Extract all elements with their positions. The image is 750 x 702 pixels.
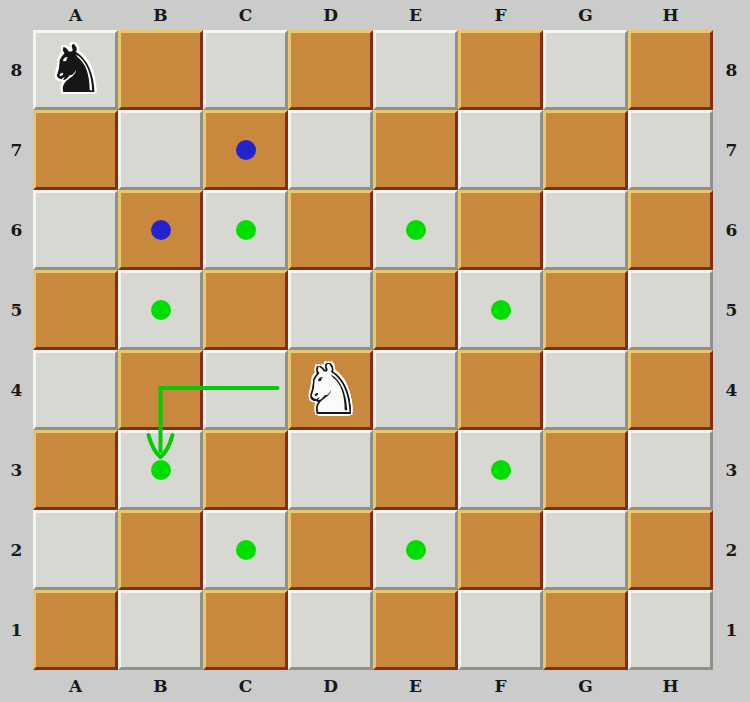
- rank-label-7: 7: [713, 110, 750, 190]
- square-f3[interactable]: [458, 430, 543, 510]
- file-label-c: C: [203, 0, 288, 30]
- square-b7[interactable]: [118, 110, 203, 190]
- square-d2[interactable]: [288, 510, 373, 590]
- square-b1[interactable]: [118, 590, 203, 670]
- square-f6[interactable]: [458, 190, 543, 270]
- square-f1[interactable]: [458, 590, 543, 670]
- rank-label-1: 1: [0, 590, 33, 670]
- square-e2[interactable]: [373, 510, 458, 590]
- square-a1[interactable]: [33, 590, 118, 670]
- square-f5[interactable]: [458, 270, 543, 350]
- file-label-a: A: [33, 0, 118, 30]
- rank-label-4: 4: [713, 350, 750, 430]
- file-label-f: F: [458, 0, 543, 30]
- file-label-b: B: [118, 670, 203, 702]
- square-b4[interactable]: [118, 350, 203, 430]
- square-c3[interactable]: [203, 430, 288, 510]
- rank-label-8: 8: [0, 30, 33, 110]
- rank-label-7: 7: [0, 110, 33, 190]
- file-label-e: E: [373, 670, 458, 702]
- file-label-d: D: [288, 670, 373, 702]
- square-c5[interactable]: [203, 270, 288, 350]
- file-label-g: G: [543, 670, 628, 702]
- square-e6[interactable]: [373, 190, 458, 270]
- square-e4[interactable]: [373, 350, 458, 430]
- square-h3[interactable]: [628, 430, 713, 510]
- square-f2[interactable]: [458, 510, 543, 590]
- rank-label-6: 6: [713, 190, 750, 270]
- square-d3[interactable]: [288, 430, 373, 510]
- rank-label-6: 6: [0, 190, 33, 270]
- square-b2[interactable]: [118, 510, 203, 590]
- square-a6[interactable]: [33, 190, 118, 270]
- square-g8[interactable]: [543, 30, 628, 110]
- square-f7[interactable]: [458, 110, 543, 190]
- file-labels-top: ABCDEFGH: [33, 0, 713, 30]
- square-g7[interactable]: [543, 110, 628, 190]
- square-a3[interactable]: [33, 430, 118, 510]
- square-b5[interactable]: [118, 270, 203, 350]
- square-g4[interactable]: [543, 350, 628, 430]
- square-c4[interactable]: [203, 350, 288, 430]
- square-c2[interactable]: [203, 510, 288, 590]
- square-b8[interactable]: [118, 30, 203, 110]
- chess-training-widget: ABCDEFGH ABCDEFGH 87654321 87654321 ♞♞: [0, 0, 750, 702]
- square-e1[interactable]: [373, 590, 458, 670]
- square-b6[interactable]: [118, 190, 203, 270]
- file-labels-bottom: ABCDEFGH: [33, 670, 713, 702]
- white-knight[interactable]: ♞: [288, 350, 373, 430]
- rank-label-5: 5: [0, 270, 33, 350]
- square-e7[interactable]: [373, 110, 458, 190]
- square-f8[interactable]: [458, 30, 543, 110]
- file-label-f: F: [458, 670, 543, 702]
- square-g5[interactable]: [543, 270, 628, 350]
- file-label-c: C: [203, 670, 288, 702]
- square-a5[interactable]: [33, 270, 118, 350]
- rank-labels-right: 87654321: [713, 30, 750, 670]
- file-label-b: B: [118, 0, 203, 30]
- rank-label-5: 5: [713, 270, 750, 350]
- square-c8[interactable]: [203, 30, 288, 110]
- square-h2[interactable]: [628, 510, 713, 590]
- rank-label-2: 2: [713, 510, 750, 590]
- square-c1[interactable]: [203, 590, 288, 670]
- rank-label-3: 3: [0, 430, 33, 510]
- square-d8[interactable]: [288, 30, 373, 110]
- file-label-h: H: [628, 0, 713, 30]
- rank-labels-left: 87654321: [0, 30, 33, 670]
- square-b3[interactable]: [118, 430, 203, 510]
- square-g2[interactable]: [543, 510, 628, 590]
- square-h1[interactable]: [628, 590, 713, 670]
- square-h7[interactable]: [628, 110, 713, 190]
- square-e8[interactable]: [373, 30, 458, 110]
- file-label-d: D: [288, 0, 373, 30]
- rank-label-8: 8: [713, 30, 750, 110]
- square-d1[interactable]: [288, 590, 373, 670]
- square-a2[interactable]: [33, 510, 118, 590]
- square-d5[interactable]: [288, 270, 373, 350]
- square-e3[interactable]: [373, 430, 458, 510]
- square-h8[interactable]: [628, 30, 713, 110]
- rank-label-2: 2: [0, 510, 33, 590]
- rank-label-4: 4: [0, 350, 33, 430]
- square-h5[interactable]: [628, 270, 713, 350]
- square-g3[interactable]: [543, 430, 628, 510]
- square-a7[interactable]: [33, 110, 118, 190]
- rank-label-3: 3: [713, 430, 750, 510]
- file-label-a: A: [33, 670, 118, 702]
- file-label-e: E: [373, 0, 458, 30]
- file-label-g: G: [543, 0, 628, 30]
- square-h6[interactable]: [628, 190, 713, 270]
- square-a4[interactable]: [33, 350, 118, 430]
- square-f4[interactable]: [458, 350, 543, 430]
- rank-label-1: 1: [713, 590, 750, 670]
- square-d6[interactable]: [288, 190, 373, 270]
- square-h4[interactable]: [628, 350, 713, 430]
- square-e5[interactable]: [373, 270, 458, 350]
- square-g6[interactable]: [543, 190, 628, 270]
- square-c6[interactable]: [203, 190, 288, 270]
- chess-board: [33, 30, 713, 670]
- square-c7[interactable]: [203, 110, 288, 190]
- square-d7[interactable]: [288, 110, 373, 190]
- file-label-h: H: [628, 670, 713, 702]
- square-g1[interactable]: [543, 590, 628, 670]
- black-knight[interactable]: ♞: [33, 30, 118, 110]
